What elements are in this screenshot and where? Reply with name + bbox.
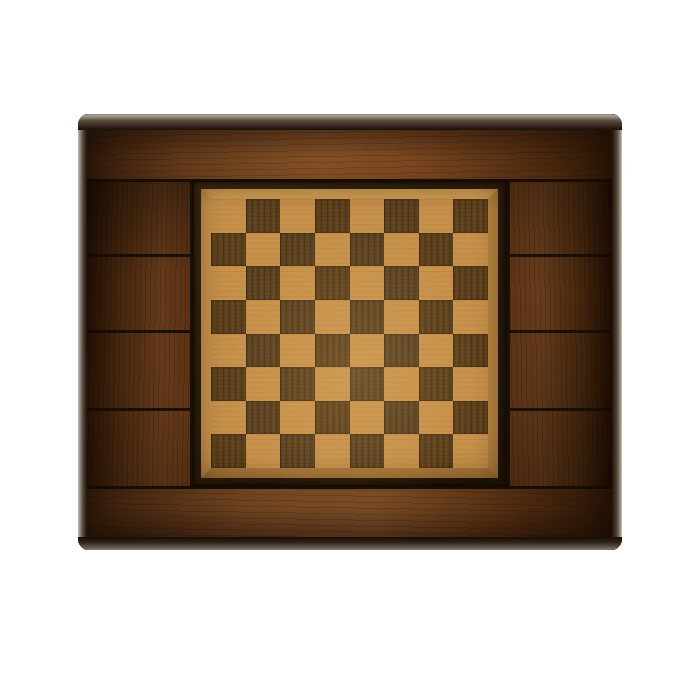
square-c4 bbox=[280, 334, 315, 368]
square-f4 bbox=[384, 334, 419, 368]
wood-plank-top bbox=[87, 130, 612, 179]
square-g4 bbox=[419, 334, 454, 368]
square-a5 bbox=[211, 300, 246, 334]
square-a7 bbox=[211, 233, 246, 267]
square-g8 bbox=[419, 199, 454, 233]
square-h3 bbox=[453, 367, 488, 401]
square-b8 bbox=[246, 199, 281, 233]
square-b4 bbox=[246, 334, 281, 368]
table-edge-molding-bottom bbox=[78, 537, 622, 550]
square-a2 bbox=[211, 401, 246, 435]
square-e3 bbox=[350, 367, 385, 401]
square-b7 bbox=[246, 233, 281, 267]
plank-seam bbox=[87, 330, 191, 333]
square-a4 bbox=[211, 334, 246, 368]
square-b2 bbox=[246, 401, 281, 435]
square-c1 bbox=[280, 434, 315, 468]
table-surface bbox=[87, 130, 612, 537]
square-d3 bbox=[315, 367, 350, 401]
plank-seam bbox=[87, 408, 191, 411]
square-f6 bbox=[384, 266, 419, 300]
product-photo-background bbox=[0, 0, 700, 700]
plank-seam bbox=[508, 330, 612, 333]
table-edge-molding-right bbox=[612, 114, 622, 550]
square-a8 bbox=[211, 199, 246, 233]
square-f8 bbox=[384, 199, 419, 233]
wood-plank-column-left bbox=[87, 181, 191, 486]
square-d7 bbox=[315, 233, 350, 267]
square-c2 bbox=[280, 401, 315, 435]
square-d5 bbox=[315, 300, 350, 334]
plank-seam bbox=[508, 408, 612, 411]
table-edge-molding-top bbox=[78, 114, 622, 130]
square-g3 bbox=[419, 367, 454, 401]
square-h2 bbox=[453, 401, 488, 435]
wood-plank-bottom bbox=[87, 488, 612, 537]
game-board-inlay bbox=[192, 180, 507, 487]
square-a1 bbox=[211, 434, 246, 468]
square-d8 bbox=[315, 199, 350, 233]
square-f7 bbox=[384, 233, 419, 267]
square-f1 bbox=[384, 434, 419, 468]
square-a6 bbox=[211, 266, 246, 300]
square-g5 bbox=[419, 300, 454, 334]
square-c5 bbox=[280, 300, 315, 334]
square-b6 bbox=[246, 266, 281, 300]
square-e8 bbox=[350, 199, 385, 233]
square-h5 bbox=[453, 300, 488, 334]
square-g2 bbox=[419, 401, 454, 435]
wood-plank-column-right bbox=[508, 181, 612, 486]
plank-seam bbox=[508, 254, 612, 257]
square-c3 bbox=[280, 367, 315, 401]
square-d1 bbox=[315, 434, 350, 468]
square-a3 bbox=[211, 367, 246, 401]
game-table-top bbox=[78, 114, 622, 550]
square-c8 bbox=[280, 199, 315, 233]
square-h6 bbox=[453, 266, 488, 300]
square-e7 bbox=[350, 233, 385, 267]
checkerboard-grid bbox=[211, 199, 488, 468]
plank-seam-right-of-board bbox=[507, 181, 510, 486]
square-d4 bbox=[315, 334, 350, 368]
square-b5 bbox=[246, 300, 281, 334]
square-g7 bbox=[419, 233, 454, 267]
square-h1 bbox=[453, 434, 488, 468]
square-f5 bbox=[384, 300, 419, 334]
square-d2 bbox=[315, 401, 350, 435]
table-edge-molding-left bbox=[78, 114, 87, 550]
square-e5 bbox=[350, 300, 385, 334]
plank-seam bbox=[87, 254, 191, 257]
square-h7 bbox=[453, 233, 488, 267]
square-g1 bbox=[419, 434, 454, 468]
square-e1 bbox=[350, 434, 385, 468]
square-h8 bbox=[453, 199, 488, 233]
square-e2 bbox=[350, 401, 385, 435]
square-e6 bbox=[350, 266, 385, 300]
square-f2 bbox=[384, 401, 419, 435]
square-c6 bbox=[280, 266, 315, 300]
square-d6 bbox=[315, 266, 350, 300]
square-b1 bbox=[246, 434, 281, 468]
square-e4 bbox=[350, 334, 385, 368]
square-c7 bbox=[280, 233, 315, 267]
square-g6 bbox=[419, 266, 454, 300]
board-border-margin bbox=[201, 189, 498, 478]
square-h4 bbox=[453, 334, 488, 368]
square-f3 bbox=[384, 367, 419, 401]
square-b3 bbox=[246, 367, 281, 401]
